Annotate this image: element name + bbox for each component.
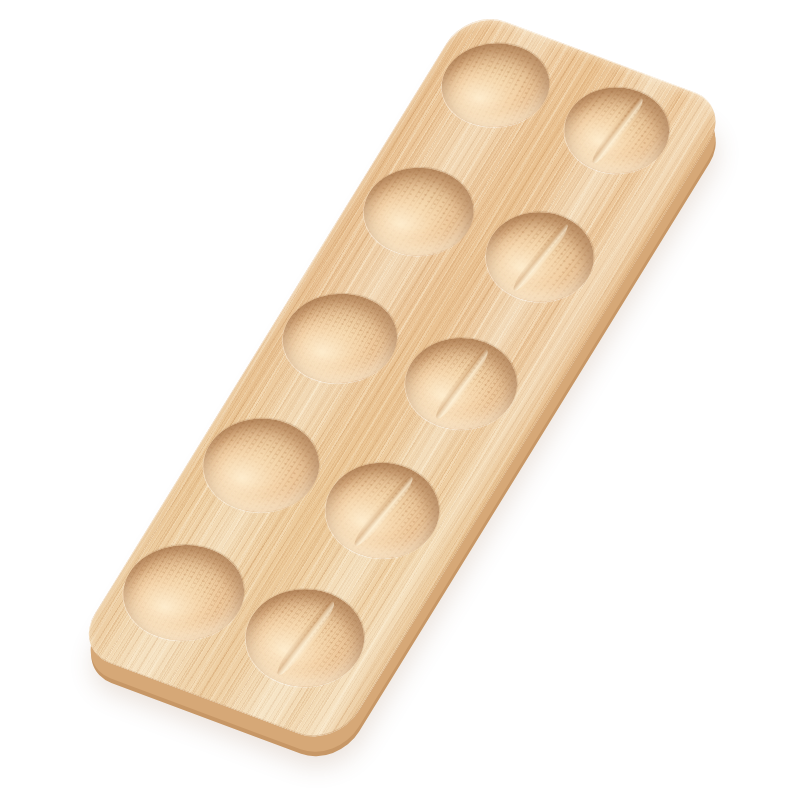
pit-r1c1[interactable]: [425, 31, 567, 140]
pit-seam-grain: [271, 598, 340, 678]
pit-seam-grain: [588, 96, 649, 167]
pit-r4c1[interactable]: [183, 402, 341, 529]
pit-seam-grain: [508, 222, 573, 294]
pit-r3c2[interactable]: [384, 321, 537, 446]
pit-r2c1[interactable]: [344, 153, 492, 271]
pit-seam-grain: [349, 473, 419, 549]
pit-r5c1[interactable]: [103, 530, 264, 655]
pit-r1c2[interactable]: [545, 71, 689, 190]
pit-r2c2[interactable]: [465, 195, 614, 319]
pit-r5c2[interactable]: [223, 571, 386, 705]
pit-seam-grain: [430, 346, 494, 422]
pit-r3c1[interactable]: [264, 280, 415, 397]
pit-r4c2[interactable]: [304, 444, 462, 577]
mancala-board: [73, 8, 732, 748]
white-background: [0, 0, 800, 800]
